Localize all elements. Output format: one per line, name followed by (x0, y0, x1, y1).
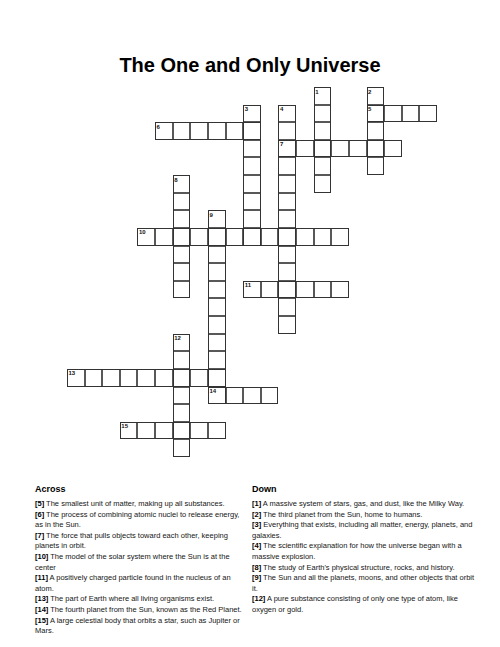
grid-cell-r11c10[interactable] (243, 281, 261, 299)
grid-cell-r20c6[interactable] (173, 439, 191, 457)
grid-cell-r1c12[interactable] (278, 105, 296, 123)
grid-cell-r8c8[interactable] (208, 228, 226, 246)
grid-cell-r11c8[interactable] (208, 281, 226, 299)
grid-cell-r16c8[interactable] (208, 369, 226, 387)
grid-cell-r11c11[interactable] (261, 281, 279, 299)
grid-cell-r3c16[interactable] (349, 140, 367, 158)
grid-cell-r13c8[interactable] (208, 316, 226, 334)
clue-down-1: [1] A massive system of stars, gas, and … (252, 499, 476, 510)
grid-cell-r16c6[interactable] (173, 369, 191, 387)
clue-number-label: [10] (35, 552, 48, 561)
grid-cell-r8c10[interactable] (243, 228, 261, 246)
grid-cell-r4c10[interactable] (243, 157, 261, 175)
grid-cell-r10c6[interactable] (173, 263, 191, 281)
grid-cell-r3c18[interactable] (384, 140, 402, 158)
clue-across-14: [14] The fourth planet from the Sun, kno… (35, 605, 245, 616)
grid-cell-r5c6[interactable] (173, 175, 191, 193)
clue-number-label: [14] (35, 605, 48, 614)
grid-cell-r8c12[interactable] (278, 228, 296, 246)
clue-across-15: [15] A large celestial body that orbits … (35, 616, 245, 637)
grid-cell-r16c1[interactable] (85, 369, 103, 387)
grid-cell-r0c14[interactable] (314, 87, 332, 105)
clue-number-label: [4] (252, 541, 261, 550)
across-clues-section: Across [5] The smallest unit of matter, … (35, 484, 245, 637)
grid-cell-r2c12[interactable] (278, 122, 296, 140)
clue-number-label: [3] (252, 520, 261, 529)
grid-cell-r2c8[interactable] (208, 122, 226, 140)
grid-cell-r14c6[interactable] (173, 334, 191, 352)
grid-cell-r3c12[interactable] (278, 140, 296, 158)
grid-cell-r11c15[interactable] (331, 281, 349, 299)
grid-cell-r7c12[interactable] (278, 210, 296, 228)
grid-cell-r1c10[interactable] (243, 105, 261, 123)
grid-cell-r7c8[interactable] (208, 210, 226, 228)
grid-cell-r9c6[interactable] (173, 246, 191, 264)
grid-cell-r17c11[interactable] (261, 387, 279, 405)
page-title: The One and Only Universe (0, 54, 500, 77)
grid-cell-r15c8[interactable] (208, 351, 226, 369)
grid-cell-r19c7[interactable] (190, 422, 208, 440)
clue-number-label: [11] (35, 573, 48, 582)
grid-cell-r1c14[interactable] (314, 105, 332, 123)
grid-cell-r2c14[interactable] (314, 122, 332, 140)
grid-cell-r1c18[interactable] (384, 105, 402, 123)
grid-cell-r17c9[interactable] (226, 387, 244, 405)
grid-cell-r16c7[interactable] (190, 369, 208, 387)
grid-cell-r7c6[interactable] (173, 210, 191, 228)
grid-cell-r16c2[interactable] (102, 369, 120, 387)
grid-cell-r4c14[interactable] (314, 157, 332, 175)
grid-cell-r3c13[interactable] (296, 140, 314, 158)
grid-cell-r8c15[interactable] (331, 228, 349, 246)
grid-cell-r8c4[interactable] (137, 228, 155, 246)
grid-cell-r9c8[interactable] (208, 246, 226, 264)
grid-cell-r8c5[interactable] (155, 228, 173, 246)
grid-cell-r2c17[interactable] (367, 122, 385, 140)
grid-cell-r8c14[interactable] (314, 228, 332, 246)
grid-cell-r8c13[interactable] (296, 228, 314, 246)
grid-cell-r19c4[interactable] (137, 422, 155, 440)
clue-number-label: [15] (35, 616, 48, 625)
grid-cell-r6c10[interactable] (243, 193, 261, 211)
clue-across-7: [7] The force that pulls objects toward … (35, 531, 245, 552)
grid-cell-r11c6[interactable] (173, 281, 191, 299)
clue-number-label: [6] (35, 510, 44, 519)
grid-cell-r5c12[interactable] (278, 175, 296, 193)
clue-across-5: [5] The smallest unit of matter, making … (35, 499, 245, 510)
grid-cell-r17c10[interactable] (243, 387, 261, 405)
grid-cell-r6c6[interactable] (173, 193, 191, 211)
grid-cell-r3c14[interactable] (314, 140, 332, 158)
clue-number-label: [13] (35, 594, 48, 603)
grid-cell-r0c17[interactable] (367, 87, 385, 105)
clue-across-10: [10] The model of the solar system where… (35, 552, 245, 573)
grid-cell-r1c19[interactable] (402, 105, 420, 123)
grid-cell-r1c17[interactable] (367, 105, 385, 123)
grid-cell-r8c9[interactable] (226, 228, 244, 246)
grid-cell-r13c12[interactable] (278, 316, 296, 334)
grid-cell-r3c10[interactable] (243, 140, 261, 158)
clue-across-11: [11] A positively charged particle found… (35, 573, 245, 594)
grid-cell-r3c17[interactable] (367, 140, 385, 158)
clue-down-2: [2] The third planet from the Sun, home … (252, 510, 476, 521)
grid-cell-r5c10[interactable] (243, 175, 261, 193)
grid-cell-r10c8[interactable] (208, 263, 226, 281)
down-header: Down (252, 484, 476, 494)
grid-cell-r12c12[interactable] (278, 298, 296, 316)
clue-number-label: [5] (35, 499, 44, 508)
grid-cell-r2c5[interactable] (155, 122, 173, 140)
clue-down-3: [3] Everything that exists, including al… (252, 520, 476, 541)
grid-cell-r16c3[interactable] (120, 369, 138, 387)
grid-cell-r10c12[interactable] (278, 263, 296, 281)
crossword-grid: 123456789101112131415 (67, 87, 438, 458)
grid-cell-r7c10[interactable] (243, 210, 261, 228)
clue-number-label: [12] (252, 594, 265, 603)
grid-cell-r2c7[interactable] (190, 122, 208, 140)
grid-cell-r18c6[interactable] (173, 404, 191, 422)
grid-cell-r11c13[interactable] (296, 281, 314, 299)
grid-cell-r15c6[interactable] (173, 351, 191, 369)
grid-cell-r17c6[interactable] (173, 387, 191, 405)
grid-cell-r8c6[interactable] (173, 228, 191, 246)
grid-cell-r19c8[interactable] (208, 422, 226, 440)
grid-cell-r4c12[interactable] (278, 157, 296, 175)
clue-number-label: [7] (35, 531, 44, 540)
grid-cell-r2c6[interactable] (173, 122, 191, 140)
grid-cell-r6c12[interactable] (278, 193, 296, 211)
clue-down-8: [8] The study of Earth's physical struct… (252, 563, 476, 574)
grid-cell-r4c17[interactable] (367, 157, 385, 175)
grid-cell-r19c5[interactable] (155, 422, 173, 440)
clue-number-label: [2] (252, 510, 261, 519)
grid-cell-r2c10[interactable] (243, 122, 261, 140)
grid-cell-r2c9[interactable] (226, 122, 244, 140)
grid-cell-r11c12[interactable] (278, 281, 296, 299)
grid-cell-r19c6[interactable] (173, 422, 191, 440)
grid-cell-r1c20[interactable] (419, 105, 437, 123)
clue-number-label: [9] (252, 573, 261, 582)
clue-down-12: [12] A pure substance consisting of only… (252, 594, 476, 615)
grid-cell-r19c3[interactable] (120, 422, 138, 440)
clue-number-label: [8] (252, 563, 261, 572)
grid-cell-r17c8[interactable] (208, 387, 226, 405)
down-clues-section: Down [1] A massive system of stars, gas,… (252, 484, 476, 616)
grid-cell-r3c15[interactable] (331, 140, 349, 158)
grid-cell-r11c14[interactable] (314, 281, 332, 299)
grid-cell-r16c4[interactable] (137, 369, 155, 387)
grid-cell-r14c8[interactable] (208, 334, 226, 352)
clue-down-4: [4] The scientific explanation for how t… (252, 541, 476, 562)
across-header: Across (35, 484, 245, 494)
clue-number-label: [1] (252, 499, 261, 508)
clue-across-6: [6] The process of combining atomic nucl… (35, 510, 245, 531)
grid-cell-r8c7[interactable] (190, 228, 208, 246)
clue-across-13: [13] The part of Earth where all living … (35, 594, 245, 605)
grid-cell-r16c5[interactable] (155, 369, 173, 387)
grid-cell-r5c14[interactable] (314, 175, 332, 193)
grid-cell-r12c8[interactable] (208, 298, 226, 316)
grid-cell-r16c0[interactable] (67, 369, 85, 387)
grid-cell-r9c12[interactable] (278, 246, 296, 264)
clue-down-9: [9] The Sun and all the planets, moons, … (252, 573, 476, 594)
grid-cell-r8c11[interactable] (261, 228, 279, 246)
